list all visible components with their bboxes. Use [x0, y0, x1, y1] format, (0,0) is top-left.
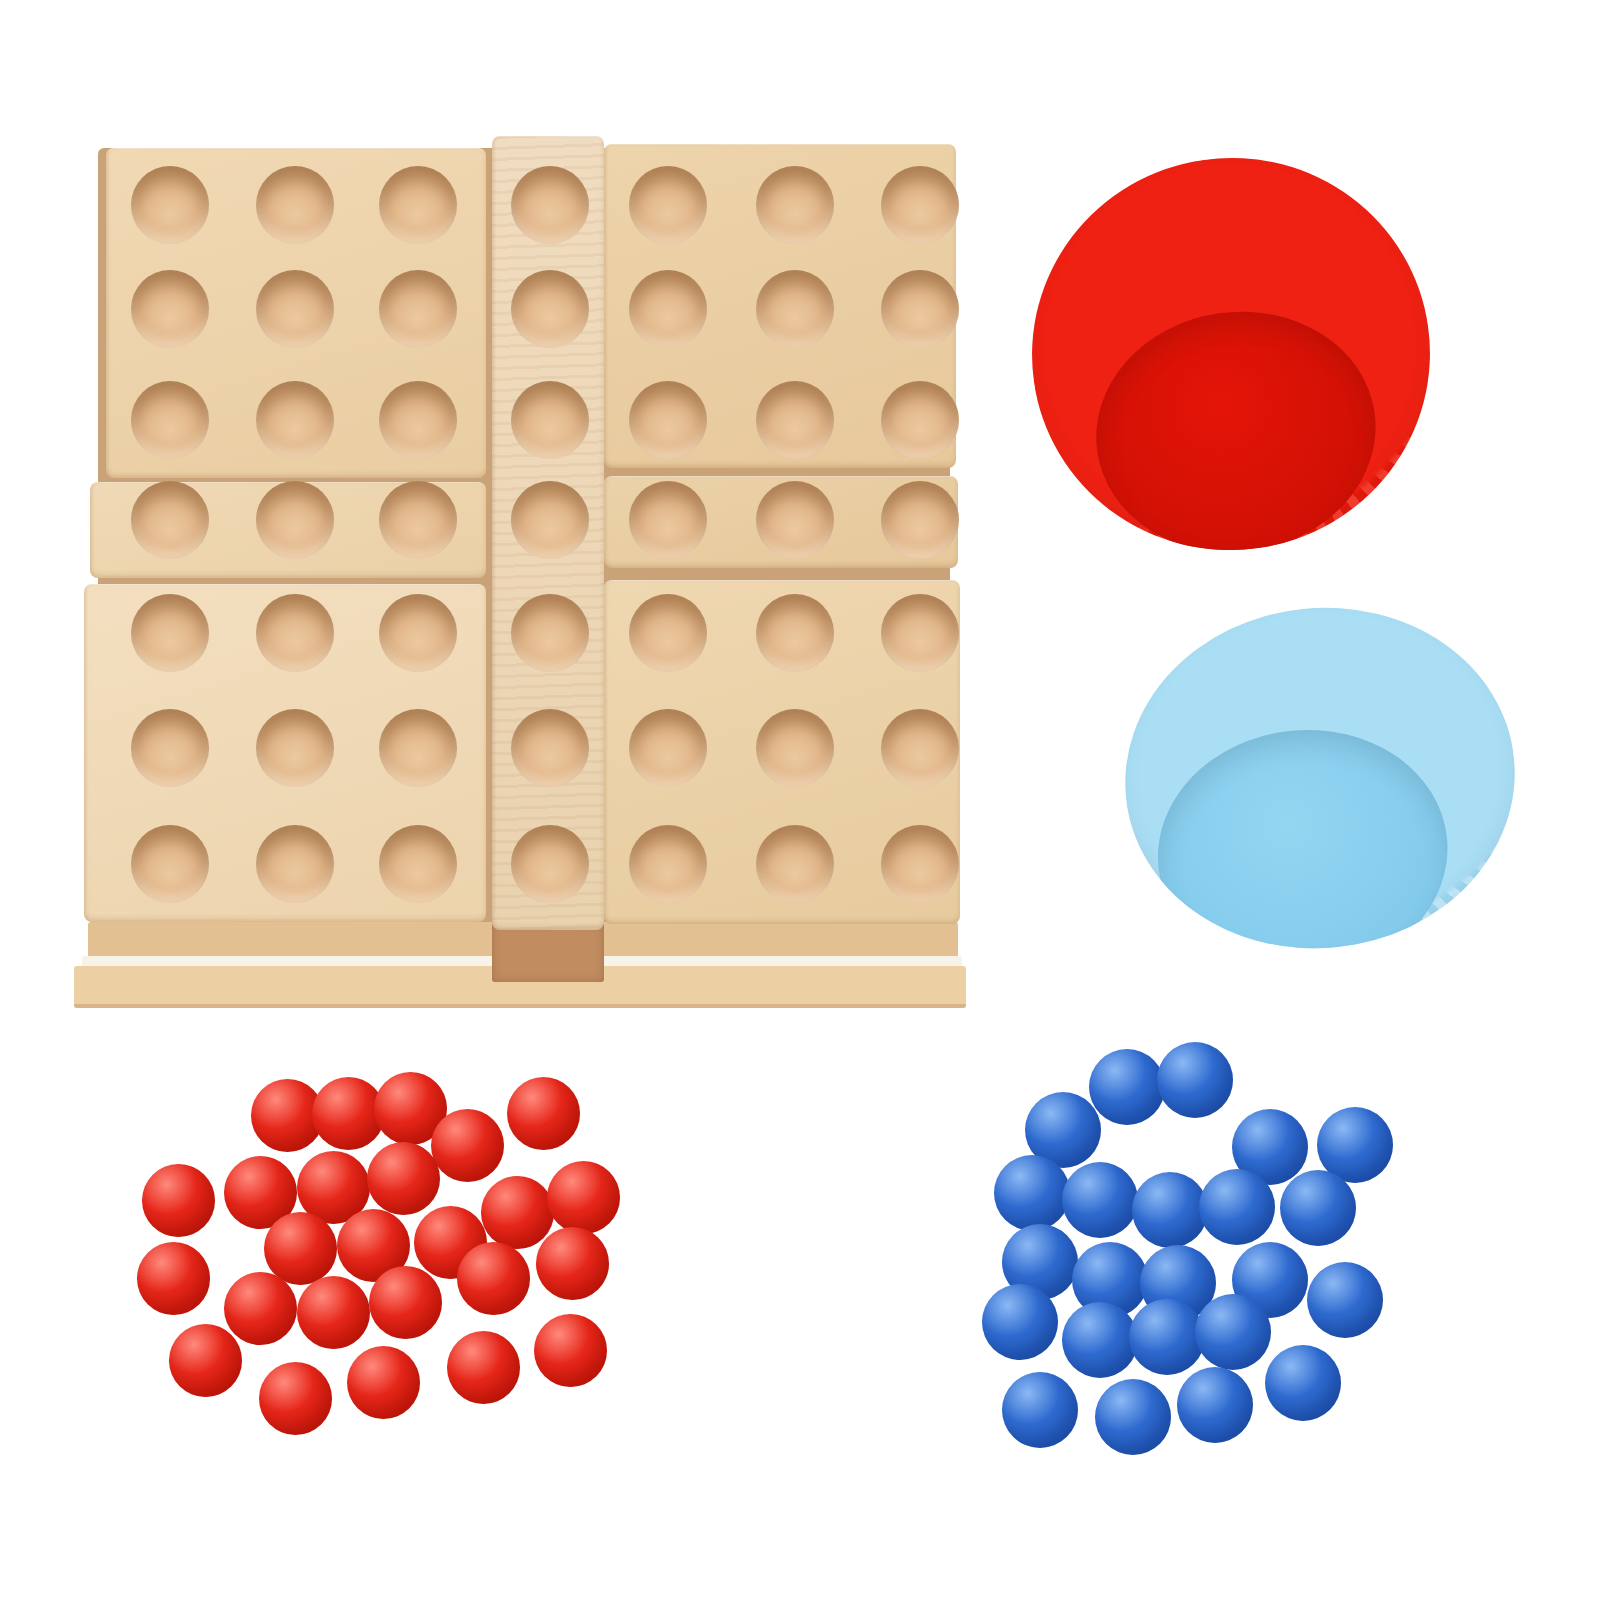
blue-bead-10[interactable]: [1280, 1170, 1356, 1246]
red-bead-11[interactable]: [547, 1161, 620, 1234]
blue-bead-23[interactable]: [1177, 1367, 1253, 1443]
red-bead-22[interactable]: [534, 1314, 607, 1387]
blue-bead-1[interactable]: [1089, 1049, 1165, 1125]
blue-bead-9[interactable]: [1199, 1169, 1275, 1245]
board-hole-r2-c7[interactable]: [881, 270, 959, 348]
board-hole-r6-c6[interactable]: [756, 709, 834, 787]
board-hole-r4-c5[interactable]: [629, 481, 707, 559]
board-hole-r7-c7[interactable]: [881, 825, 959, 903]
board-hole-r3-c4[interactable]: [511, 381, 589, 459]
board-hole-r6-c2[interactable]: [256, 709, 334, 787]
board-hole-r4-c1[interactable]: [131, 481, 209, 559]
board-hole-r3-c2[interactable]: [256, 381, 334, 459]
red-bead-12[interactable]: [137, 1242, 210, 1315]
red-bead-16[interactable]: [457, 1242, 530, 1315]
board-hole-r3-c1[interactable]: [131, 381, 209, 459]
red-bead-20[interactable]: [369, 1266, 442, 1339]
blue-bead-18[interactable]: [1129, 1299, 1205, 1375]
board-hole-r3-c7[interactable]: [881, 381, 959, 459]
blue-bead-22[interactable]: [1095, 1379, 1171, 1455]
blue-bead-7[interactable]: [1062, 1162, 1138, 1238]
board-hole-r1-c6[interactable]: [756, 166, 834, 244]
strip-end-face: [492, 922, 604, 982]
board-hole-r5-c6[interactable]: [756, 594, 834, 672]
board-hole-r4-c7[interactable]: [881, 481, 959, 559]
blue-bead-15[interactable]: [1307, 1262, 1383, 1338]
board-hole-r2-c2[interactable]: [256, 270, 334, 348]
board-hole-r4-c2[interactable]: [256, 481, 334, 559]
red-cup[interactable]: [1007, 132, 1456, 576]
board-hole-r1-c4[interactable]: [511, 166, 589, 244]
board-hole-r6-c1[interactable]: [131, 709, 209, 787]
board-hole-r1-c1[interactable]: [131, 166, 209, 244]
blue-bead-16[interactable]: [982, 1284, 1058, 1360]
board-hole-r2-c5[interactable]: [629, 270, 707, 348]
board-hole-r3-c3[interactable]: [379, 381, 457, 459]
red-bead-17[interactable]: [536, 1227, 609, 1300]
board-hole-r5-c5[interactable]: [629, 594, 707, 672]
board-hole-r3-c6[interactable]: [756, 381, 834, 459]
red-bead-24[interactable]: [259, 1362, 332, 1435]
board-hole-r6-c5[interactable]: [629, 709, 707, 787]
scene: Wooden Montessori bead counting board se…: [0, 0, 1600, 1600]
board-hole-r6-c3[interactable]: [379, 709, 457, 787]
board-hole-r6-c7[interactable]: [881, 709, 959, 787]
board-hole-r1-c7[interactable]: [881, 166, 959, 244]
blue-bead-6[interactable]: [994, 1155, 1070, 1231]
blue-bead-20[interactable]: [1265, 1345, 1341, 1421]
red-bead-4[interactable]: [431, 1109, 504, 1182]
blue-bead-2[interactable]: [1157, 1042, 1233, 1118]
red-bead-6[interactable]: [142, 1164, 215, 1237]
board-hole-r4-c4[interactable]: [511, 481, 589, 559]
board-hole-r5-c2[interactable]: [256, 594, 334, 672]
board-hole-r5-c1[interactable]: [131, 594, 209, 672]
board-hole-r7-c3[interactable]: [379, 825, 457, 903]
blue-bead-17[interactable]: [1062, 1302, 1138, 1378]
board-hole-r5-c4[interactable]: [511, 594, 589, 672]
board-hole-r7-c2[interactable]: [256, 825, 334, 903]
board-hole-r5-c3[interactable]: [379, 594, 457, 672]
blue-bead-19[interactable]: [1195, 1294, 1271, 1370]
board-hole-r1-c5[interactable]: [629, 166, 707, 244]
red-bead-10[interactable]: [481, 1176, 554, 1249]
board-hole-r2-c6[interactable]: [756, 270, 834, 348]
board-hole-r7-c4[interactable]: [511, 825, 589, 903]
board-hole-r2-c1[interactable]: [131, 270, 209, 348]
board-hole-r6-c4[interactable]: [511, 709, 589, 787]
board-hole-r1-c3[interactable]: [379, 166, 457, 244]
red-bead-21[interactable]: [447, 1331, 520, 1404]
blue-bead-8[interactable]: [1132, 1172, 1208, 1248]
red-bead-18[interactable]: [224, 1272, 297, 1345]
board-hole-r3-c5[interactable]: [629, 381, 707, 459]
red-bead-5[interactable]: [507, 1077, 580, 1150]
blue-cup[interactable]: [1108, 589, 1531, 968]
board-hole-r4-c6[interactable]: [756, 481, 834, 559]
board-hole-r7-c5[interactable]: [629, 825, 707, 903]
red-bead-23[interactable]: [169, 1324, 242, 1397]
board-hole-r7-c6[interactable]: [756, 825, 834, 903]
red-cup-interior: [1081, 294, 1392, 571]
red-bead-13[interactable]: [264, 1212, 337, 1285]
red-bead-25[interactable]: [347, 1346, 420, 1419]
board-hole-r2-c3[interactable]: [379, 270, 457, 348]
blue-cup-interior: [1146, 716, 1460, 968]
board-hole-r7-c1[interactable]: [131, 825, 209, 903]
board-hole-r2-c4[interactable]: [511, 270, 589, 348]
red-bead-19[interactable]: [297, 1276, 370, 1349]
board-hole-r4-c3[interactable]: [379, 481, 457, 559]
board-hole-r5-c7[interactable]: [881, 594, 959, 672]
blue-bead-21[interactable]: [1002, 1372, 1078, 1448]
board-hole-r1-c2[interactable]: [256, 166, 334, 244]
red-bead-9[interactable]: [367, 1142, 440, 1215]
